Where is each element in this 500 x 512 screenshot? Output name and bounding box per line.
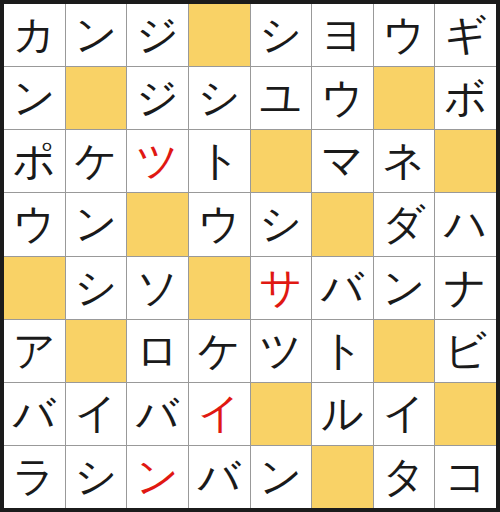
letter-cell[interactable]: ウ [4, 193, 65, 255]
blocked-cell[interactable] [374, 320, 435, 382]
letter-cell[interactable]: ロ [127, 320, 188, 382]
letter-cell[interactable]: ポ [4, 130, 65, 192]
letter-cell[interactable]: ボ [435, 67, 496, 129]
crossword-board: カンジシヨウギンジシユウボポケツトマネウンウシダハシソサバンナアロケツトビバイバ… [0, 0, 500, 512]
letter-cell[interactable]: シ [189, 67, 250, 129]
letter-cell[interactable]: ン [251, 446, 312, 508]
letter-cell[interactable]: ユ [251, 67, 312, 129]
letter-cell[interactable]: ウ [374, 4, 435, 66]
blocked-cell[interactable] [66, 320, 127, 382]
blocked-cell[interactable] [312, 193, 373, 255]
blocked-cell[interactable] [127, 193, 188, 255]
blocked-cell[interactable] [435, 383, 496, 445]
letter-cell[interactable]: ジ [127, 67, 188, 129]
letter-cell[interactable]: イ [374, 383, 435, 445]
letter-cell[interactable]: ジ [127, 4, 188, 66]
blocked-cell[interactable] [66, 67, 127, 129]
letter-cell[interactable]: バ [4, 383, 65, 445]
letter-cell[interactable]: ト [189, 130, 250, 192]
letter-cell[interactable]: マ [312, 130, 373, 192]
letter-cell[interactable]: ダ [374, 193, 435, 255]
letter-cell[interactable]: ウ [189, 193, 250, 255]
letter-cell[interactable]: ン [4, 67, 65, 129]
letter-cell[interactable]: ギ [435, 4, 496, 66]
letter-cell[interactable]: ウ [312, 67, 373, 129]
letter-cell[interactable]: ケ [189, 320, 250, 382]
letter-cell[interactable]: カ [4, 4, 65, 66]
blocked-cell[interactable] [189, 4, 250, 66]
letter-cell[interactable]: ナ [435, 257, 496, 319]
letter-cell[interactable]: サ [251, 257, 312, 319]
letter-cell[interactable]: イ [66, 383, 127, 445]
letter-cell[interactable]: ル [312, 383, 373, 445]
letter-cell[interactable]: バ [189, 446, 250, 508]
letter-cell[interactable]: バ [127, 383, 188, 445]
letter-cell[interactable]: ツ [251, 320, 312, 382]
letter-cell[interactable]: ネ [374, 130, 435, 192]
blocked-cell[interactable] [435, 130, 496, 192]
blocked-cell[interactable] [251, 130, 312, 192]
blocked-cell[interactable] [251, 383, 312, 445]
letter-cell[interactable]: ビ [435, 320, 496, 382]
letter-cell[interactable]: ソ [127, 257, 188, 319]
letter-cell[interactable]: ケ [66, 130, 127, 192]
letter-cell[interactable]: シ [251, 4, 312, 66]
letter-cell[interactable]: ン [127, 446, 188, 508]
letter-cell[interactable]: バ [312, 257, 373, 319]
letter-cell[interactable]: ラ [4, 446, 65, 508]
letter-cell[interactable]: コ [435, 446, 496, 508]
letter-cell[interactable]: ン [374, 257, 435, 319]
letter-cell[interactable]: イ [189, 383, 250, 445]
letter-cell[interactable]: ヨ [312, 4, 373, 66]
blocked-cell[interactable] [312, 446, 373, 508]
letter-cell[interactable]: シ [66, 446, 127, 508]
letter-cell[interactable]: ト [312, 320, 373, 382]
letter-cell[interactable]: ア [4, 320, 65, 382]
crossword-puzzle: カンジシヨウギンジシユウボポケツトマネウンウシダハシソサバンナアロケツトビバイバ… [0, 0, 500, 512]
letter-cell[interactable]: タ [374, 446, 435, 508]
letter-cell[interactable]: ン [66, 193, 127, 255]
letter-cell[interactable]: ン [66, 4, 127, 66]
blocked-cell[interactable] [4, 257, 65, 319]
letter-cell[interactable]: ツ [127, 130, 188, 192]
blocked-cell[interactable] [189, 257, 250, 319]
letter-cell[interactable]: シ [251, 193, 312, 255]
blocked-cell[interactable] [374, 67, 435, 129]
letter-cell[interactable]: ハ [435, 193, 496, 255]
letter-cell[interactable]: シ [66, 257, 127, 319]
